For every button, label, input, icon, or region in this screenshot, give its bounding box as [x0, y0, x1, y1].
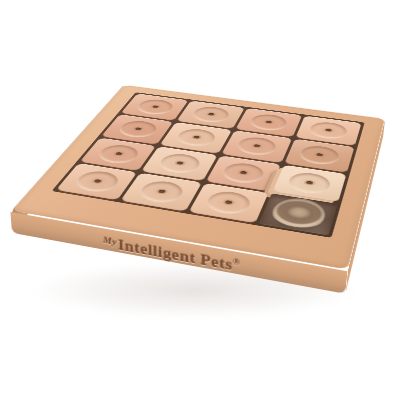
tile-dish: [190, 105, 233, 124]
scent-hole-icon: [158, 189, 166, 193]
scent-hole-icon: [316, 153, 323, 157]
tile-dish: [286, 171, 333, 196]
brand-prefix: My: [103, 235, 117, 247]
tile-dish: [71, 169, 123, 194]
scent-hole-icon: [208, 113, 215, 116]
scent-hole-icon: [152, 105, 159, 108]
puzzle-grid: [52, 92, 365, 238]
tile-dish: [234, 136, 279, 157]
scent-hole-icon: [253, 144, 260, 147]
product-photo-scene: MyIntelligent Pets®: [0, 0, 400, 400]
tile-dish: [248, 113, 290, 132]
scent-hole-icon: [176, 161, 184, 165]
scent-hole-icon: [193, 136, 200, 139]
tile-dish: [203, 189, 254, 216]
tile-dish: [136, 179, 187, 205]
scent-hole-icon: [115, 152, 123, 155]
scent-hole-icon: [93, 179, 101, 183]
scent-hole-icon: [134, 127, 141, 130]
scent-hole-icon: [306, 181, 313, 185]
tile-dish: [94, 143, 142, 165]
tile-dish: [133, 98, 176, 116]
tile-dish: [173, 127, 218, 148]
tile-dish: [220, 161, 267, 185]
scent-hole-icon: [225, 200, 233, 204]
tile-dish: [308, 121, 350, 141]
registered-mark-icon: ®: [232, 257, 240, 267]
treat-bowl: [268, 195, 329, 233]
scent-hole-icon: [266, 121, 273, 124]
tile-dish: [298, 144, 342, 166]
scent-hole-icon: [240, 171, 247, 175]
tile-dish: [115, 119, 161, 139]
tile-dish: [156, 152, 204, 175]
scent-hole-icon: [326, 129, 333, 132]
